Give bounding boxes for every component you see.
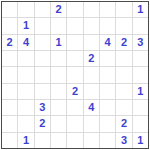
empty-cell-r8c2[interactable] <box>18 116 33 131</box>
empty-cell-r2c9[interactable] <box>133 18 148 33</box>
empty-cell-r5c9[interactable] <box>133 67 148 82</box>
empty-cell-r3c6[interactable] <box>84 35 99 50</box>
empty-cell-r6c2[interactable] <box>18 84 33 99</box>
empty-cell-r7c5[interactable] <box>67 100 82 115</box>
empty-cell-r7c2[interactable] <box>18 100 33 115</box>
empty-cell-r2c4[interactable] <box>51 18 66 33</box>
empty-cell-r8c5[interactable] <box>67 116 82 131</box>
empty-cell-r7c8[interactable] <box>116 100 131 115</box>
clue-cell-r9c2: 1 <box>18 133 33 148</box>
empty-cell-r8c7[interactable] <box>100 116 115 131</box>
empty-cell-r2c6[interactable] <box>84 18 99 33</box>
empty-cell-r4c9[interactable] <box>133 51 148 66</box>
clue-cell-r1c4: 2 <box>51 2 66 17</box>
empty-cell-r6c3[interactable] <box>35 84 50 99</box>
empty-cell-r5c4[interactable] <box>51 67 66 82</box>
empty-cell-r7c7[interactable] <box>100 100 115 115</box>
empty-cell-r4c8[interactable] <box>116 51 131 66</box>
empty-cell-r7c4[interactable] <box>51 100 66 115</box>
clue-cell-r7c6: 4 <box>84 100 99 115</box>
empty-cell-r4c5[interactable] <box>67 51 82 66</box>
empty-cell-r8c1[interactable] <box>2 116 17 131</box>
clue-cell-r6c5: 2 <box>67 84 82 99</box>
empty-cell-r2c3[interactable] <box>35 18 50 33</box>
empty-cell-r9c1[interactable] <box>2 133 17 148</box>
empty-cell-r3c5[interactable] <box>67 35 82 50</box>
empty-cell-r1c5[interactable] <box>67 2 82 17</box>
empty-cell-r1c2[interactable] <box>18 2 33 17</box>
clue-cell-r2c2: 1 <box>18 18 33 33</box>
empty-cell-r2c1[interactable] <box>2 18 17 33</box>
clue-cell-r3c7: 4 <box>100 35 115 50</box>
clue-cell-r8c8: 2 <box>116 116 131 131</box>
empty-cell-r7c1[interactable] <box>2 100 17 115</box>
clue-cell-r9c9: 1 <box>133 133 148 148</box>
empty-cell-r9c4[interactable] <box>51 133 66 148</box>
clue-cell-r3c8: 2 <box>116 35 131 50</box>
clue-cell-r3c4: 1 <box>51 35 66 50</box>
empty-cell-r6c8[interactable] <box>116 84 131 99</box>
clue-cell-r1c9: 1 <box>133 2 148 17</box>
empty-cell-r2c5[interactable] <box>67 18 82 33</box>
empty-cell-r7c9[interactable] <box>133 100 148 115</box>
empty-cell-r1c3[interactable] <box>35 2 50 17</box>
empty-cell-r1c1[interactable] <box>2 2 17 17</box>
empty-cell-r5c7[interactable] <box>100 67 115 82</box>
empty-cell-r1c8[interactable] <box>116 2 131 17</box>
empty-cell-r5c6[interactable] <box>84 67 99 82</box>
empty-cell-r3c3[interactable] <box>35 35 50 50</box>
empty-cell-r5c3[interactable] <box>35 67 50 82</box>
empty-cell-r5c8[interactable] <box>116 67 131 82</box>
clue-cell-r7c3: 3 <box>35 100 50 115</box>
clue-cell-r4c6: 2 <box>84 51 99 66</box>
empty-cell-r8c9[interactable] <box>133 116 148 131</box>
clue-cell-r3c1: 2 <box>2 35 17 50</box>
empty-cell-r8c6[interactable] <box>84 116 99 131</box>
clue-cell-r3c2: 4 <box>18 35 33 50</box>
empty-cell-r1c6[interactable] <box>84 2 99 17</box>
empty-cell-r6c4[interactable] <box>51 84 66 99</box>
empty-cell-r4c1[interactable] <box>2 51 17 66</box>
empty-cell-r6c7[interactable] <box>100 84 115 99</box>
empty-cell-r5c2[interactable] <box>18 67 33 82</box>
empty-cell-r5c5[interactable] <box>67 67 82 82</box>
empty-cell-r4c2[interactable] <box>18 51 33 66</box>
empty-cell-r4c4[interactable] <box>51 51 66 66</box>
puzzle-board: 2112414232213422131 <box>1 1 149 149</box>
empty-cell-r4c7[interactable] <box>100 51 115 66</box>
clue-cell-r3c9: 3 <box>133 35 148 50</box>
empty-cell-r8c4[interactable] <box>51 116 66 131</box>
empty-cell-r5c1[interactable] <box>2 67 17 82</box>
empty-cell-r9c5[interactable] <box>67 133 82 148</box>
empty-cell-r9c7[interactable] <box>100 133 115 148</box>
empty-cell-r2c8[interactable] <box>116 18 131 33</box>
empty-cell-r6c6[interactable] <box>84 84 99 99</box>
clue-cell-r6c9: 1 <box>133 84 148 99</box>
empty-cell-r6c1[interactable] <box>2 84 17 99</box>
clue-cell-r8c3: 2 <box>35 116 50 131</box>
clue-cell-r9c8: 3 <box>116 133 131 148</box>
empty-cell-r9c3[interactable] <box>35 133 50 148</box>
empty-cell-r9c6[interactable] <box>84 133 99 148</box>
empty-cell-r4c3[interactable] <box>35 51 50 66</box>
empty-cell-r2c7[interactable] <box>100 18 115 33</box>
empty-cell-r1c7[interactable] <box>100 2 115 17</box>
